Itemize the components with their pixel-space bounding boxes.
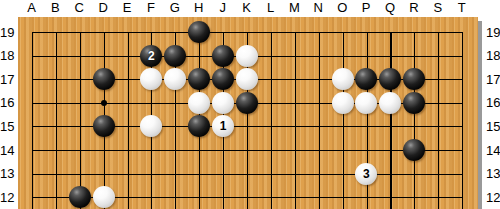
white-stone-p16[interactable] xyxy=(355,92,377,114)
white-stone-q16[interactable] xyxy=(379,92,401,114)
row-label-right-16: 16 xyxy=(486,95,500,110)
column-label-C: C xyxy=(75,0,84,15)
row-label-right-19: 19 xyxy=(486,24,500,39)
go-app-board-view: 213 ABCDEFGHJKLMNOPQRST19191818171716161… xyxy=(0,0,500,209)
black-stone-h19[interactable] xyxy=(188,21,210,43)
move-number-label: 1 xyxy=(220,120,227,132)
black-stone-c12[interactable] xyxy=(69,186,91,208)
white-stone-j15[interactable]: 1 xyxy=(212,115,234,137)
black-stone-q17[interactable] xyxy=(379,68,401,90)
row-label-left-14: 14 xyxy=(0,142,14,157)
column-label-K: K xyxy=(242,0,251,15)
column-label-L: L xyxy=(267,0,274,15)
column-label-F: F xyxy=(147,0,155,15)
white-stone-f17[interactable] xyxy=(140,68,162,90)
column-label-A: A xyxy=(27,0,36,15)
row-label-left-12: 12 xyxy=(0,189,14,204)
column-label-D: D xyxy=(98,0,107,15)
row-label-right-13: 13 xyxy=(486,166,500,181)
black-stone-h17[interactable] xyxy=(188,68,210,90)
column-label-S: S xyxy=(433,0,442,15)
row-label-right-17: 17 xyxy=(486,71,500,86)
black-stone-r17[interactable] xyxy=(403,68,425,90)
row-label-left-17: 17 xyxy=(0,71,14,86)
white-stone-d12[interactable] xyxy=(93,186,115,208)
go-board[interactable]: 213 xyxy=(18,17,478,209)
black-stone-r14[interactable] xyxy=(403,139,425,161)
move-number-label: 3 xyxy=(363,168,370,180)
column-label-T: T xyxy=(458,0,466,15)
black-stone-d15[interactable] xyxy=(93,115,115,137)
black-stone-g18[interactable] xyxy=(164,45,186,67)
column-label-J: J xyxy=(219,0,226,15)
stones-layer: 213 xyxy=(20,20,474,209)
row-label-right-15: 15 xyxy=(486,118,500,133)
column-label-N: N xyxy=(314,0,323,15)
column-label-P: P xyxy=(362,0,371,15)
white-stone-p13[interactable]: 3 xyxy=(355,163,377,185)
white-stone-j16[interactable] xyxy=(212,92,234,114)
column-label-M: M xyxy=(289,0,300,15)
white-stone-h16[interactable] xyxy=(188,92,210,114)
white-stone-k17[interactable] xyxy=(236,68,258,90)
black-stone-r16[interactable] xyxy=(403,92,425,114)
column-label-H: H xyxy=(194,0,203,15)
column-label-O: O xyxy=(337,0,347,15)
white-stone-k18[interactable] xyxy=(236,45,258,67)
row-label-left-19: 19 xyxy=(0,24,14,39)
column-label-B: B xyxy=(51,0,60,15)
black-stone-j17[interactable] xyxy=(212,68,234,90)
black-stone-f18[interactable]: 2 xyxy=(140,45,162,67)
row-label-left-18: 18 xyxy=(0,48,14,63)
row-label-left-15: 15 xyxy=(0,118,14,133)
board-drop-shadow xyxy=(478,21,482,209)
move-number-label: 2 xyxy=(148,50,155,62)
row-label-left-16: 16 xyxy=(0,95,14,110)
star-point-d16 xyxy=(101,100,107,106)
black-stone-p17[interactable] xyxy=(355,68,377,90)
column-label-R: R xyxy=(409,0,418,15)
black-stone-j18[interactable] xyxy=(212,45,234,67)
black-stone-d17[interactable] xyxy=(93,68,115,90)
row-label-right-14: 14 xyxy=(486,142,500,157)
row-label-right-12: 12 xyxy=(486,189,500,204)
column-label-E: E xyxy=(123,0,132,15)
white-stone-g17[interactable] xyxy=(164,68,186,90)
row-label-left-13: 13 xyxy=(0,166,14,181)
black-stone-k16[interactable] xyxy=(236,92,258,114)
black-stone-h15[interactable] xyxy=(188,115,210,137)
white-stone-f15[interactable] xyxy=(140,115,162,137)
white-stone-o17[interactable] xyxy=(332,68,354,90)
row-label-right-18: 18 xyxy=(486,48,500,63)
column-label-G: G xyxy=(170,0,180,15)
white-stone-o16[interactable] xyxy=(332,92,354,114)
column-label-Q: Q xyxy=(385,0,395,15)
